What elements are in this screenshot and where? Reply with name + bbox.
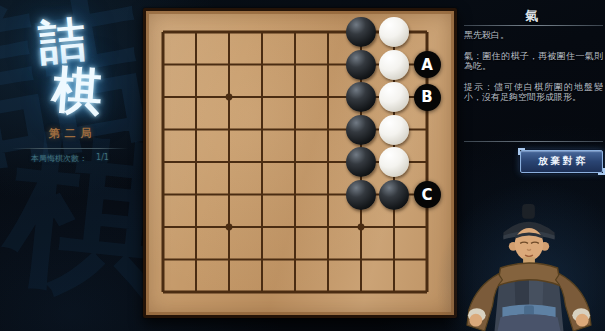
hat-topknot [522, 204, 535, 219]
board-intersection[interactable] [312, 48, 345, 81]
board-intersection[interactable] [147, 146, 180, 179]
undo-counter: 本局悔棋次數： 1/1 [0, 153, 140, 164]
board-intersection[interactable] [312, 243, 345, 276]
board-intersection[interactable] [213, 243, 246, 276]
board-intersection[interactable] [378, 211, 411, 244]
board-intersection[interactable] [147, 211, 180, 244]
board-intersection[interactable] [180, 113, 213, 146]
left-fist [469, 314, 482, 327]
board-intersection[interactable] [279, 113, 312, 146]
board-intersection[interactable] [246, 113, 279, 146]
board-intersection[interactable] [213, 16, 246, 49]
board-intersection[interactable] [246, 276, 279, 309]
board-intersection[interactable] [378, 81, 411, 114]
black-stone [346, 50, 376, 80]
board-intersection[interactable] [411, 146, 444, 179]
board-intersection[interactable] [378, 113, 411, 146]
board-intersection[interactable]: A [411, 48, 444, 81]
board-intersection[interactable] [312, 16, 345, 49]
stones-layer: ABC [147, 16, 444, 309]
npc-portrait [455, 203, 603, 331]
board-intersection[interactable] [147, 81, 180, 114]
board-intersection[interactable] [312, 178, 345, 211]
board-intersection[interactable] [279, 81, 312, 114]
board-intersection[interactable] [279, 276, 312, 309]
board-intersection[interactable] [213, 146, 246, 179]
board-intersection[interactable] [180, 243, 213, 276]
board-intersection[interactable] [378, 16, 411, 49]
board-intersection[interactable] [378, 48, 411, 81]
board-intersection[interactable] [213, 48, 246, 81]
board-intersection[interactable] [147, 243, 180, 276]
board-intersection[interactable] [345, 276, 378, 309]
move-choice-A[interactable]: A [414, 51, 441, 78]
black-stone [379, 180, 409, 210]
move-choice-B[interactable]: B [414, 84, 441, 111]
board-intersection[interactable] [246, 146, 279, 179]
board-intersection[interactable] [345, 16, 378, 49]
white-stone [379, 50, 409, 80]
board-intersection[interactable] [345, 48, 378, 81]
board-intersection[interactable] [213, 113, 246, 146]
right-fist [576, 314, 589, 327]
right-divider-top [464, 25, 603, 26]
board-intersection[interactable] [180, 211, 213, 244]
board-intersection[interactable] [147, 16, 180, 49]
right-divider-bottom [464, 141, 603, 142]
board-intersection[interactable] [345, 146, 378, 179]
undo-counter-label: 本局悔棋次數： [31, 153, 87, 164]
board-intersection[interactable] [180, 178, 213, 211]
board-intersection[interactable] [180, 81, 213, 114]
board-intersection[interactable] [246, 243, 279, 276]
board-intersection[interactable] [180, 276, 213, 309]
board-intersection[interactable] [312, 146, 345, 179]
board-intersection[interactable] [378, 243, 411, 276]
white-stone [379, 17, 409, 47]
white-stone [379, 147, 409, 177]
board-intersection[interactable]: B [411, 81, 444, 114]
black-stone [346, 82, 376, 112]
black-stone [346, 115, 376, 145]
black-stone [346, 147, 376, 177]
board-intersection[interactable] [213, 81, 246, 114]
left-divider [12, 148, 128, 149]
go-board[interactable]: ABC [143, 8, 457, 318]
board-intersection[interactable] [345, 113, 378, 146]
give-up-button[interactable]: 放棄對弈 [520, 150, 603, 173]
black-stone [346, 17, 376, 47]
board-intersection[interactable] [279, 243, 312, 276]
puzzle-hint-text: 提示：儘可使白棋所圍的地盤變小，沒有足夠空間形成眼形。 [464, 82, 603, 103]
board-intersection[interactable] [180, 16, 213, 49]
board-intersection[interactable] [279, 211, 312, 244]
board-intersection[interactable] [246, 48, 279, 81]
board-intersection[interactable] [279, 48, 312, 81]
board-intersection[interactable] [246, 211, 279, 244]
board-intersection[interactable] [147, 178, 180, 211]
board-intersection[interactable] [180, 48, 213, 81]
board-intersection[interactable] [345, 178, 378, 211]
puzzle-goal-text: 黑先殺白。 [464, 30, 603, 41]
board-intersection[interactable] [312, 113, 345, 146]
board-intersection[interactable] [180, 146, 213, 179]
board-intersection[interactable] [411, 113, 444, 146]
board-intersection[interactable] [312, 81, 345, 114]
board-intersection[interactable] [312, 276, 345, 309]
round-label: 第二局 [0, 126, 140, 141]
black-stone [346, 180, 376, 210]
board-intersection[interactable] [411, 16, 444, 49]
board-intersection[interactable] [246, 81, 279, 114]
board-intersection[interactable] [378, 178, 411, 211]
board-intersection[interactable] [147, 48, 180, 81]
board-intersection[interactable] [279, 178, 312, 211]
puzzle-description: 黑先殺白。 氣：圍住的棋子，再被圍住一氣則為吃。 提示：儘可使白棋所圍的地盤變小… [464, 30, 603, 113]
board-intersection[interactable] [279, 16, 312, 49]
white-stone [379, 115, 409, 145]
puzzle-rule-text: 氣：圍住的棋子，再被圍住一氣則為吃。 [464, 51, 603, 72]
board-intersection[interactable] [213, 276, 246, 309]
puzzle-topic-title: 氣 [463, 7, 603, 25]
board-intersection[interactable] [345, 211, 378, 244]
page-title-char-2: 棋 [50, 56, 105, 126]
board-intersection[interactable] [246, 178, 279, 211]
board-intersection[interactable] [345, 243, 378, 276]
board-intersection[interactable] [345, 81, 378, 114]
undo-counter-value: 1/1 [96, 153, 109, 164]
board-intersection[interactable] [147, 113, 180, 146]
game-screen: 詰 棋 詰 棋 第二局 本局悔棋次數： 1/1 ABC 氣 黑先殺白。 氣：圍住… [0, 0, 605, 331]
board-intersection[interactable] [147, 276, 180, 309]
board-intersection[interactable] [213, 211, 246, 244]
board-intersection[interactable] [312, 211, 345, 244]
white-stone [379, 82, 409, 112]
board-intersection[interactable] [213, 178, 246, 211]
board-intersection[interactable] [378, 276, 411, 309]
board-intersection[interactable] [246, 16, 279, 49]
board-intersection[interactable] [378, 146, 411, 179]
board-intersection[interactable] [279, 146, 312, 179]
